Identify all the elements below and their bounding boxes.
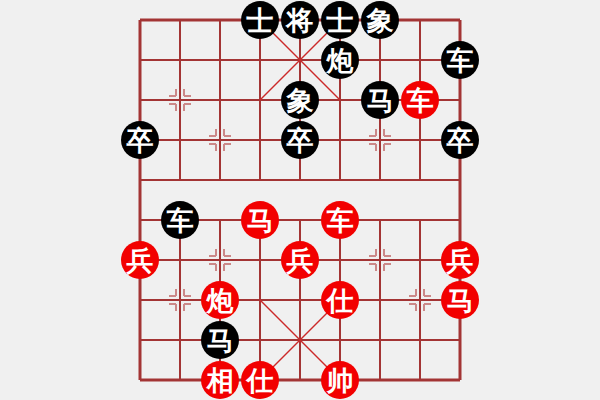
point-f5r5[interactable]: 车 [320,200,360,240]
xiangqi-app: 士将士象炮车象马车卒卒卒车马车兵兵兵炮仕马马相仕帅 [0,0,600,400]
point-f2r9[interactable]: 相 [200,360,240,400]
black-advisor[interactable]: 士 [241,1,279,39]
point-f6r9[interactable] [360,360,400,400]
black-advisor[interactable]: 士 [321,1,359,39]
point-f0r0[interactable] [120,0,160,40]
point-f8r2[interactable] [440,80,480,120]
point-f3r3[interactable] [240,120,280,160]
black-chariot[interactable]: 车 [161,201,199,239]
point-f4r7[interactable] [280,280,320,320]
point-f8r3[interactable]: 卒 [440,120,480,160]
point-f0r5[interactable] [120,200,160,240]
point-f1r6[interactable] [160,240,200,280]
point-f8r8[interactable] [440,320,480,360]
point-f2r0[interactable] [200,0,240,40]
point-f7r9[interactable] [400,360,440,400]
black-soldier[interactable]: 卒 [281,121,319,159]
point-f3r2[interactable] [240,80,280,120]
point-f7r7[interactable] [400,280,440,320]
point-f5r2[interactable] [320,80,360,120]
point-f8r1[interactable]: 车 [440,40,480,80]
point-f7r0[interactable] [400,0,440,40]
point-f2r4[interactable] [200,160,240,200]
point-f3r7[interactable] [240,280,280,320]
point-f3r1[interactable] [240,40,280,80]
point-f4r8[interactable] [280,320,320,360]
point-f0r7[interactable] [120,280,160,320]
point-f8r9[interactable] [440,360,480,400]
point-f6r8[interactable] [360,320,400,360]
point-f2r3[interactable] [200,120,240,160]
red-elephant[interactable]: 相 [201,361,239,399]
red-horse[interactable]: 马 [441,281,479,319]
point-f6r2[interactable]: 马 [360,80,400,120]
point-f7r6[interactable] [400,240,440,280]
point-f1r2[interactable] [160,80,200,120]
point-f4r2[interactable]: 象 [280,80,320,120]
red-soldier[interactable]: 兵 [281,241,319,279]
point-f0r6[interactable]: 兵 [120,240,160,280]
point-f8r5[interactable] [440,200,480,240]
point-f8r4[interactable] [440,160,480,200]
point-f2r5[interactable] [200,200,240,240]
point-f2r1[interactable] [200,40,240,80]
point-f7r3[interactable] [400,120,440,160]
red-advisor[interactable]: 仕 [321,281,359,319]
point-f8r0[interactable] [440,0,480,40]
point-f6r3[interactable] [360,120,400,160]
point-f8r6[interactable]: 兵 [440,240,480,280]
point-f0r2[interactable] [120,80,160,120]
point-f0r1[interactable] [120,40,160,80]
red-advisor[interactable]: 仕 [241,361,279,399]
point-f5r6[interactable] [320,240,360,280]
point-f1r9[interactable] [160,360,200,400]
red-general[interactable]: 帅 [321,361,359,399]
xiangqi-board[interactable]: 士将士象炮车象马车卒卒卒车马车兵兵兵炮仕马马相仕帅 [120,0,480,400]
point-f1r5[interactable]: 车 [160,200,200,240]
point-f3r4[interactable] [240,160,280,200]
red-horse[interactable]: 马 [241,201,279,239]
point-f8r7[interactable]: 马 [440,280,480,320]
point-f5r4[interactable] [320,160,360,200]
point-f3r6[interactable] [240,240,280,280]
black-horse[interactable]: 马 [361,81,399,119]
point-f6r7[interactable] [360,280,400,320]
point-f0r3[interactable]: 卒 [120,120,160,160]
board-grid: 士将士象炮车象马车卒卒卒车马车兵兵兵炮仕马马相仕帅 [120,0,480,400]
point-f3r8[interactable] [240,320,280,360]
red-soldier[interactable]: 兵 [441,241,479,279]
point-f5r3[interactable] [320,120,360,160]
point-f4r3[interactable]: 卒 [280,120,320,160]
point-f2r6[interactable] [200,240,240,280]
point-f1r8[interactable] [160,320,200,360]
point-f3r9[interactable]: 仕 [240,360,280,400]
red-soldier[interactable]: 兵 [121,241,159,279]
red-cannon[interactable]: 炮 [201,281,239,319]
black-general[interactable]: 将 [281,1,319,39]
point-f5r0[interactable]: 士 [320,0,360,40]
point-f6r6[interactable] [360,240,400,280]
point-f5r9[interactable]: 帅 [320,360,360,400]
point-f2r8[interactable]: 马 [200,320,240,360]
point-f0r4[interactable] [120,160,160,200]
point-f5r1[interactable]: 炮 [320,40,360,80]
point-f4r9[interactable] [280,360,320,400]
black-soldier[interactable]: 卒 [121,121,159,159]
black-chariot[interactable]: 车 [441,41,479,79]
point-f7r2[interactable]: 车 [400,80,440,120]
point-f1r1[interactable] [160,40,200,80]
point-f7r8[interactable] [400,320,440,360]
point-f6r4[interactable] [360,160,400,200]
point-f5r7[interactable]: 仕 [320,280,360,320]
point-f6r5[interactable] [360,200,400,240]
point-f2r7[interactable]: 炮 [200,280,240,320]
point-f7r1[interactable] [400,40,440,80]
black-cannon[interactable]: 炮 [321,41,359,79]
black-soldier[interactable]: 卒 [441,121,479,159]
point-f7r5[interactable] [400,200,440,240]
point-f1r4[interactable] [160,160,200,200]
point-f4r4[interactable] [280,160,320,200]
point-f6r0[interactable]: 象 [360,0,400,40]
red-chariot[interactable]: 车 [401,81,439,119]
black-elephant[interactable]: 象 [281,81,319,119]
point-f4r1[interactable] [280,40,320,80]
point-f3r5[interactable]: 马 [240,200,280,240]
point-f7r4[interactable] [400,160,440,200]
black-elephant[interactable]: 象 [361,1,399,39]
point-f4r6[interactable]: 兵 [280,240,320,280]
point-f1r0[interactable] [160,0,200,40]
point-f4r5[interactable] [280,200,320,240]
point-f3r0[interactable]: 士 [240,0,280,40]
red-chariot[interactable]: 车 [321,201,359,239]
point-f5r8[interactable] [320,320,360,360]
black-horse[interactable]: 马 [201,321,239,359]
point-f6r1[interactable] [360,40,400,80]
point-f0r9[interactable] [120,360,160,400]
point-f1r3[interactable] [160,120,200,160]
point-f0r8[interactable] [120,320,160,360]
point-f2r2[interactable] [200,80,240,120]
point-f4r0[interactable]: 将 [280,0,320,40]
point-f1r7[interactable] [160,280,200,320]
